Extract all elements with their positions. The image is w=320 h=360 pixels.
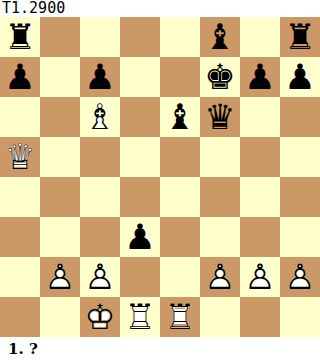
square-f1[interactable] [200,297,240,337]
piece-white-pawn: ♟♙ [240,257,280,297]
square-g1[interactable] [240,297,280,337]
square-b2[interactable]: ♟♙ [40,257,80,297]
white-pawn-icon: ♙ [40,257,80,297]
white-rook-icon: ♖ [160,297,200,337]
square-c2[interactable]: ♟♙ [80,257,120,297]
white-bishop-icon: ♗ [80,97,120,137]
piece-black-bishop: ♝ [160,97,200,137]
square-h5[interactable] [280,137,320,177]
square-e5[interactable] [160,137,200,177]
square-e6[interactable]: ♝ [160,97,200,137]
piece-white-pawn: ♟♙ [80,257,120,297]
puzzle-title: T1.2900 [2,0,65,17]
square-a1[interactable] [0,297,40,337]
black-pawn-icon: ♟ [120,217,160,257]
white-queen-icon: ♕ [0,137,40,177]
piece-white-pawn: ♟♙ [280,257,320,297]
square-c5[interactable] [80,137,120,177]
piece-black-bishop: ♝ [200,17,240,57]
piece-white-rook: ♜♖ [120,297,160,337]
piece-black-pawn: ♟ [120,217,160,257]
square-e2[interactable] [160,257,200,297]
square-b7[interactable] [40,57,80,97]
piece-black-pawn: ♟ [0,57,40,97]
square-f8[interactable]: ♝ [200,17,240,57]
square-f7[interactable]: ♚ [200,57,240,97]
piece-white-pawn: ♟♙ [200,257,240,297]
white-pawn-icon: ♙ [80,257,120,297]
square-h4[interactable] [280,177,320,217]
square-b8[interactable] [40,17,80,57]
black-pawn-icon: ♟ [280,57,320,97]
square-b6[interactable] [40,97,80,137]
square-b5[interactable] [40,137,80,177]
square-d2[interactable] [120,257,160,297]
square-c7[interactable]: ♟ [80,57,120,97]
square-d8[interactable] [120,17,160,57]
square-b3[interactable] [40,217,80,257]
square-c8[interactable] [80,17,120,57]
square-g7[interactable]: ♟ [240,57,280,97]
square-d5[interactable] [120,137,160,177]
square-e3[interactable] [160,217,200,257]
square-d7[interactable] [120,57,160,97]
square-g6[interactable] [240,97,280,137]
piece-white-rook: ♜♖ [160,297,200,337]
square-a5[interactable]: ♛♕ [0,137,40,177]
square-a7[interactable]: ♟ [0,57,40,97]
black-bishop-icon: ♝ [200,17,240,57]
black-pawn-icon: ♟ [0,57,40,97]
black-queen-icon: ♛ [200,97,240,137]
piece-black-pawn: ♟ [240,57,280,97]
white-pawn-icon: ♙ [280,257,320,297]
square-b4[interactable] [40,177,80,217]
square-e4[interactable] [160,177,200,217]
square-f6[interactable]: ♛ [200,97,240,137]
black-pawn-icon: ♟ [80,57,120,97]
square-b1[interactable] [40,297,80,337]
square-c4[interactable] [80,177,120,217]
black-pawn-icon: ♟ [240,57,280,97]
square-h1[interactable] [280,297,320,337]
move-prompt: 1. ? [8,340,38,360]
square-h3[interactable] [280,217,320,257]
square-g3[interactable] [240,217,280,257]
black-rook-icon: ♜ [0,17,40,57]
piece-white-pawn: ♟♙ [40,257,80,297]
square-d6[interactable] [120,97,160,137]
square-f4[interactable] [200,177,240,217]
black-rook-icon: ♜ [280,17,320,57]
piece-white-bishop: ♝♗ [80,97,120,137]
square-g8[interactable] [240,17,280,57]
square-a3[interactable] [0,217,40,257]
square-c6[interactable]: ♝♗ [80,97,120,137]
square-g5[interactable] [240,137,280,177]
square-c3[interactable] [80,217,120,257]
square-e7[interactable] [160,57,200,97]
square-h6[interactable] [280,97,320,137]
square-h7[interactable]: ♟ [280,57,320,97]
square-g2[interactable]: ♟♙ [240,257,280,297]
square-g4[interactable] [240,177,280,217]
piece-black-rook: ♜ [280,17,320,57]
black-bishop-icon: ♝ [160,97,200,137]
chess-board: ♜♝♜♟♟♚♟♟♝♗♝♛♛♕♟♟♙♟♙♟♙♟♙♟♙♚♔♜♖♜♖ [0,17,320,337]
square-h8[interactable]: ♜ [280,17,320,57]
square-c1[interactable]: ♚♔ [80,297,120,337]
square-a8[interactable]: ♜ [0,17,40,57]
white-rook-icon: ♖ [120,297,160,337]
square-a2[interactable] [0,257,40,297]
piece-black-rook: ♜ [0,17,40,57]
white-king-icon: ♔ [80,297,120,337]
piece-black-pawn: ♟ [280,57,320,97]
piece-black-king: ♚ [200,57,240,97]
square-f2[interactable]: ♟♙ [200,257,240,297]
square-e8[interactable] [160,17,200,57]
square-d1[interactable]: ♜♖ [120,297,160,337]
piece-white-queen: ♛♕ [0,137,40,177]
square-d4[interactable] [120,177,160,217]
square-f3[interactable] [200,217,240,257]
piece-black-queen: ♛ [200,97,240,137]
square-h2[interactable]: ♟♙ [280,257,320,297]
square-e1[interactable]: ♜♖ [160,297,200,337]
square-a4[interactable] [0,177,40,217]
piece-black-pawn: ♟ [80,57,120,97]
white-pawn-icon: ♙ [240,257,280,297]
square-f5[interactable] [200,137,240,177]
square-a6[interactable] [0,97,40,137]
black-king-icon: ♚ [200,57,240,97]
square-d3[interactable]: ♟ [120,217,160,257]
piece-white-king: ♚♔ [80,297,120,337]
white-pawn-icon: ♙ [200,257,240,297]
